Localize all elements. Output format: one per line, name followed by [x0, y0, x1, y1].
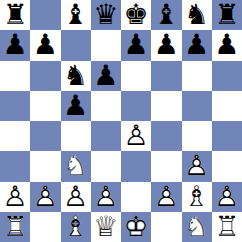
piece-black-knight[interactable]: ♞ [182, 0, 212, 30]
piece-black-pawn[interactable]: ♟ [91, 61, 121, 91]
piece-glyph: ♟ [182, 30, 212, 60]
piece-white-pawn[interactable]: ♟♙ [91, 182, 121, 212]
square-h2[interactable]: ♟♙ [212, 182, 242, 212]
square-c3[interactable]: ♞♘ [61, 151, 91, 181]
piece-glyph: ♟ [61, 91, 91, 121]
piece-black-pawn[interactable]: ♟ [61, 91, 91, 121]
square-d4[interactable] [91, 121, 121, 151]
piece-white-queen[interactable]: ♛♕ [91, 212, 121, 242]
square-g1[interactable]: ♞♘ [182, 212, 212, 242]
square-c7[interactable] [61, 30, 91, 60]
piece-white-pawn[interactable]: ♟♙ [121, 121, 151, 151]
piece-white-pawn[interactable]: ♟♙ [212, 182, 242, 212]
piece-glyph: ♟ [212, 30, 242, 60]
square-b8[interactable] [30, 0, 60, 30]
piece-outline-layer: ♙ [182, 151, 212, 181]
piece-glyph: ♝ [61, 0, 91, 30]
square-b5[interactable] [30, 91, 60, 121]
square-b2[interactable]: ♟♙ [30, 182, 60, 212]
piece-outline-layer: ♗ [61, 212, 91, 242]
piece-black-pawn[interactable]: ♟ [121, 30, 151, 60]
square-d5[interactable] [91, 91, 121, 121]
square-a3[interactable] [0, 151, 30, 181]
square-f3[interactable] [151, 151, 181, 181]
square-c8[interactable]: ♝ [61, 0, 91, 30]
piece-black-queen[interactable]: ♛ [91, 0, 121, 30]
piece-black-pawn[interactable]: ♟ [30, 30, 60, 60]
square-a7[interactable]: ♟ [0, 30, 30, 60]
piece-glyph: ♝ [151, 0, 181, 30]
piece-white-pawn[interactable]: ♟♙ [0, 182, 30, 212]
piece-black-bishop[interactable]: ♝ [61, 0, 91, 30]
piece-outline-layer: ♕ [91, 212, 121, 242]
square-a4[interactable] [0, 121, 30, 151]
square-h8[interactable]: ♜ [212, 0, 242, 30]
piece-outline-layer: ♖ [0, 212, 30, 242]
square-d1[interactable]: ♛♕ [91, 212, 121, 242]
square-c6[interactable]: ♞ [61, 61, 91, 91]
piece-glyph: ♚ [121, 0, 151, 30]
square-b3[interactable] [30, 151, 60, 181]
piece-black-bishop[interactable]: ♝ [151, 0, 181, 30]
square-e3[interactable] [121, 151, 151, 181]
square-c4[interactable] [61, 121, 91, 151]
piece-white-pawn[interactable]: ♟♙ [30, 182, 60, 212]
square-d6[interactable]: ♟ [91, 61, 121, 91]
piece-outline-layer: ♙ [121, 121, 151, 151]
square-h5[interactable] [212, 91, 242, 121]
piece-black-pawn[interactable]: ♟ [182, 30, 212, 60]
piece-black-pawn[interactable]: ♟ [212, 30, 242, 60]
square-h6[interactable] [212, 61, 242, 91]
piece-white-pawn[interactable]: ♟♙ [151, 182, 181, 212]
piece-glyph: ♞ [182, 0, 212, 30]
square-b4[interactable] [30, 121, 60, 151]
piece-outline-layer: ♖ [212, 212, 242, 242]
piece-outline-layer: ♘ [182, 212, 212, 242]
piece-glyph: ♞ [61, 61, 91, 91]
square-a1[interactable]: ♜♖ [0, 212, 30, 242]
piece-glyph: ♜ [212, 0, 242, 30]
square-e5[interactable] [121, 91, 151, 121]
square-d2[interactable]: ♟♙ [91, 182, 121, 212]
square-g7[interactable]: ♟ [182, 30, 212, 60]
piece-outline-layer: ♙ [91, 182, 121, 212]
square-h3[interactable] [212, 151, 242, 181]
square-c5[interactable]: ♟ [61, 91, 91, 121]
square-f7[interactable]: ♟ [151, 30, 181, 60]
piece-glyph: ♟ [151, 30, 181, 60]
piece-white-king[interactable]: ♚♔ [121, 212, 151, 242]
square-e8[interactable]: ♚ [121, 0, 151, 30]
square-c2[interactable]: ♟♙ [61, 182, 91, 212]
piece-white-bishop[interactable]: ♝♗ [182, 182, 212, 212]
chess-board: ♜♝♛♚♝♞♜♟♟♟♟♟♟♞♟♟♟♙♞♘♟♙♟♙♟♙♟♙♟♙♟♙♝♗♟♙♜♖♝♗… [0, 0, 242, 242]
piece-glyph: ♟ [30, 30, 60, 60]
square-a8[interactable]: ♜ [0, 0, 30, 30]
piece-outline-layer: ♙ [61, 182, 91, 212]
piece-black-rook[interactable]: ♜ [212, 0, 242, 30]
piece-black-pawn[interactable]: ♟ [151, 30, 181, 60]
piece-outline-layer: ♗ [182, 182, 212, 212]
piece-black-king[interactable]: ♚ [121, 0, 151, 30]
square-f2[interactable]: ♟♙ [151, 182, 181, 212]
square-a5[interactable] [0, 91, 30, 121]
piece-outline-layer: ♔ [121, 212, 151, 242]
square-g8[interactable]: ♞ [182, 0, 212, 30]
piece-glyph: ♟ [121, 30, 151, 60]
square-e4[interactable]: ♟♙ [121, 121, 151, 151]
square-f8[interactable]: ♝ [151, 0, 181, 30]
piece-white-knight[interactable]: ♞♘ [182, 212, 212, 242]
piece-glyph: ♜ [0, 0, 30, 30]
piece-outline-layer: ♙ [30, 182, 60, 212]
square-e6[interactable] [121, 61, 151, 91]
piece-black-pawn[interactable]: ♟ [0, 30, 30, 60]
square-d8[interactable]: ♛ [91, 0, 121, 30]
piece-white-bishop[interactable]: ♝♗ [61, 212, 91, 242]
square-f1[interactable] [151, 212, 181, 242]
square-g3[interactable]: ♟♙ [182, 151, 212, 181]
square-h4[interactable] [212, 121, 242, 151]
square-e2[interactable] [121, 182, 151, 212]
piece-white-rook[interactable]: ♜♖ [212, 212, 242, 242]
square-b6[interactable] [30, 61, 60, 91]
square-b1[interactable] [30, 212, 60, 242]
square-f4[interactable] [151, 121, 181, 151]
square-a6[interactable] [0, 61, 30, 91]
piece-white-knight[interactable]: ♞♘ [61, 151, 91, 181]
square-g5[interactable] [182, 91, 212, 121]
square-e1[interactable]: ♚♔ [121, 212, 151, 242]
piece-black-rook[interactable]: ♜ [0, 0, 30, 30]
square-g6[interactable] [182, 61, 212, 91]
piece-outline-layer: ♙ [151, 182, 181, 212]
square-f6[interactable] [151, 61, 181, 91]
square-g4[interactable] [182, 121, 212, 151]
piece-glyph: ♛ [91, 0, 121, 30]
square-c1[interactable]: ♝♗ [61, 212, 91, 242]
piece-outline-layer: ♙ [0, 182, 30, 212]
square-d3[interactable] [91, 151, 121, 181]
piece-white-rook[interactable]: ♜♖ [0, 212, 30, 242]
square-h1[interactable]: ♜♖ [212, 212, 242, 242]
piece-outline-layer: ♘ [61, 151, 91, 181]
square-a2[interactable]: ♟♙ [0, 182, 30, 212]
square-h7[interactable]: ♟ [212, 30, 242, 60]
square-g2[interactable]: ♝♗ [182, 182, 212, 212]
piece-glyph: ♟ [91, 61, 121, 91]
square-e7[interactable]: ♟ [121, 30, 151, 60]
square-b7[interactable]: ♟ [30, 30, 60, 60]
piece-glyph: ♟ [0, 30, 30, 60]
square-d7[interactable] [91, 30, 121, 60]
piece-outline-layer: ♙ [212, 182, 242, 212]
piece-white-pawn[interactable]: ♟♙ [61, 182, 91, 212]
piece-black-knight[interactable]: ♞ [61, 61, 91, 91]
square-f5[interactable] [151, 91, 181, 121]
piece-white-pawn[interactable]: ♟♙ [182, 151, 212, 181]
